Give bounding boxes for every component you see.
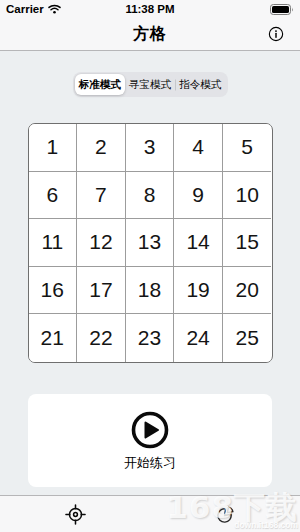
grid-cell-18[interactable]: 18	[126, 267, 175, 315]
grid-cell-10[interactable]: 10	[223, 172, 272, 220]
pie-chart-icon	[216, 505, 235, 524]
crosshair-target-icon	[65, 504, 86, 525]
start-practice-button[interactable]: 开始练习	[28, 394, 272, 487]
calibration-button[interactable]	[58, 499, 92, 529]
grid-cell-17[interactable]: 17	[77, 267, 126, 315]
grid-cell-15[interactable]: 15	[223, 219, 272, 267]
grid-cell-9[interactable]: 9	[174, 172, 223, 220]
grid-cell-1[interactable]: 1	[29, 124, 78, 172]
info-button[interactable]	[265, 23, 287, 45]
schulte-grid: 1234567891011121314151617181920212223242…	[28, 123, 273, 363]
info-icon	[268, 26, 284, 42]
grid-cell-23[interactable]: 23	[126, 314, 175, 362]
mode-segment-1[interactable]: 寻宝模式	[125, 74, 175, 95]
battery-icon	[270, 4, 294, 15]
play-icon	[130, 410, 170, 450]
grid-cell-24[interactable]: 24	[174, 314, 223, 362]
grid-cell-5[interactable]: 5	[223, 124, 272, 172]
page-title: 方格	[133, 24, 167, 45]
grid-cell-21[interactable]: 21	[29, 314, 78, 362]
grid-cell-8[interactable]: 8	[126, 172, 175, 220]
carrier-label: Carrier	[6, 3, 44, 15]
grid-cell-22[interactable]: 22	[77, 314, 126, 362]
grid-cell-3[interactable]: 3	[126, 124, 175, 172]
app-screen: Carrier 11:38 PM 方格	[0, 0, 300, 532]
stats-button[interactable]	[208, 499, 242, 529]
bottom-toolbar	[0, 495, 300, 532]
grid-cell-20[interactable]: 20	[223, 267, 272, 315]
grid-cell-25[interactable]: 25	[223, 314, 272, 362]
status-bar: Carrier 11:38 PM	[0, 0, 300, 18]
main-content: 标准模式寻宝模式指令模式 123456789101112131415161718…	[0, 52, 300, 495]
status-time: 11:38 PM	[82, 3, 218, 15]
grid-cell-4[interactable]: 4	[174, 124, 223, 172]
grid-cell-13[interactable]: 13	[126, 219, 175, 267]
start-practice-label: 开始练习	[124, 454, 176, 472]
grid-cell-7[interactable]: 7	[77, 172, 126, 220]
mode-segment-2[interactable]: 指令模式	[175, 74, 225, 95]
mode-segmented-control: 标准模式寻宝模式指令模式	[73, 72, 228, 97]
grid-cell-19[interactable]: 19	[174, 267, 223, 315]
grid-cell-14[interactable]: 14	[174, 219, 223, 267]
nav-bar: 方格	[0, 18, 300, 51]
grid-cell-11[interactable]: 11	[29, 219, 78, 267]
grid-cell-16[interactable]: 16	[29, 267, 78, 315]
mode-segment-0[interactable]: 标准模式	[75, 74, 125, 95]
grid-cell-12[interactable]: 12	[77, 219, 126, 267]
grid-cell-2[interactable]: 2	[77, 124, 126, 172]
grid-cell-6[interactable]: 6	[29, 172, 78, 220]
wifi-icon	[48, 4, 61, 14]
